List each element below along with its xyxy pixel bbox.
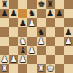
square-a6[interactable] [0, 18, 9, 27]
square-c1[interactable] [18, 64, 27, 73]
square-h1[interactable] [64, 64, 73, 73]
piece-black-knight[interactable]: ♞ [37, 28, 45, 37]
square-e3[interactable] [37, 46, 46, 55]
square-f1[interactable]: ♚ [46, 64, 55, 73]
square-h6[interactable] [64, 18, 73, 27]
piece-white-pawn[interactable]: ♟ [10, 55, 18, 64]
square-b6[interactable] [9, 18, 18, 27]
square-f7[interactable]: ♟ [46, 9, 55, 18]
square-e1[interactable]: ♜ [37, 64, 46, 73]
square-a4[interactable] [0, 37, 9, 46]
square-e6[interactable] [37, 18, 46, 27]
square-f6[interactable] [46, 18, 55, 27]
square-h2[interactable] [64, 55, 73, 64]
piece-black-pawn[interactable]: ♟ [19, 19, 27, 28]
piece-white-pawn[interactable]: ♟ [19, 55, 27, 64]
square-g7[interactable]: ♟ [55, 9, 64, 18]
square-g1[interactable] [55, 64, 64, 73]
piece-black-pawn[interactable]: ♟ [46, 9, 54, 18]
square-e7[interactable] [37, 9, 46, 18]
square-d7[interactable]: ♞ [27, 9, 36, 18]
square-g3[interactable] [55, 46, 64, 55]
square-a7[interactable]: ♟ [0, 9, 9, 18]
square-b7[interactable]: ♟ [9, 9, 18, 18]
square-e8[interactable]: ♚ [37, 0, 46, 9]
piece-white-rook[interactable]: ♜ [1, 64, 9, 73]
square-h3[interactable] [64, 46, 73, 55]
square-b2[interactable]: ♟ [9, 55, 18, 64]
square-a1[interactable]: ♜ [0, 64, 9, 73]
square-d1[interactable] [27, 64, 36, 73]
square-h7[interactable] [64, 9, 73, 18]
square-a5[interactable] [0, 27, 9, 36]
square-f3[interactable] [46, 46, 55, 55]
piece-white-pawn[interactable]: ♟ [28, 46, 36, 55]
square-g4[interactable] [55, 37, 64, 46]
square-b1[interactable] [9, 64, 18, 73]
piece-white-pawn[interactable]: ♟ [37, 37, 45, 46]
piece-black-pawn[interactable]: ♟ [1, 9, 9, 18]
square-g6[interactable] [55, 18, 64, 27]
square-c2[interactable]: ♟ [18, 55, 27, 64]
piece-white-pawn[interactable]: ♟ [65, 37, 73, 46]
square-g2[interactable] [55, 55, 64, 64]
square-b5[interactable] [9, 27, 18, 36]
piece-white-pawn[interactable]: ♟ [28, 19, 36, 28]
square-f4[interactable] [46, 37, 55, 46]
square-b4[interactable] [9, 37, 18, 46]
square-d6[interactable]: ♟ [27, 18, 36, 27]
square-h4[interactable]: ♟ [64, 37, 73, 46]
square-c6[interactable]: ♟ [18, 18, 27, 27]
square-h8[interactable] [64, 0, 73, 9]
square-d2[interactable] [27, 55, 36, 64]
piece-black-knight[interactable]: ♞ [28, 9, 36, 18]
chess-board: ♜♚♜♟♟♞♟♟♟♟♞♟♞♟♟♝♟♟♟♟♜♜♚ [0, 0, 73, 73]
square-c7[interactable] [18, 9, 27, 18]
square-d3[interactable]: ♟ [27, 46, 36, 55]
piece-black-pawn[interactable]: ♟ [65, 28, 73, 37]
piece-white-rook[interactable]: ♜ [37, 64, 45, 73]
square-g5[interactable] [55, 27, 64, 36]
square-c8[interactable] [18, 0, 27, 9]
piece-black-king[interactable]: ♚ [37, 0, 45, 9]
square-f5[interactable] [46, 27, 55, 36]
square-d5[interactable] [27, 27, 36, 36]
piece-black-pawn[interactable]: ♟ [55, 9, 63, 18]
square-e4[interactable]: ♟ [37, 37, 46, 46]
piece-white-king[interactable]: ♚ [46, 64, 54, 73]
piece-black-pawn[interactable]: ♟ [10, 9, 18, 18]
